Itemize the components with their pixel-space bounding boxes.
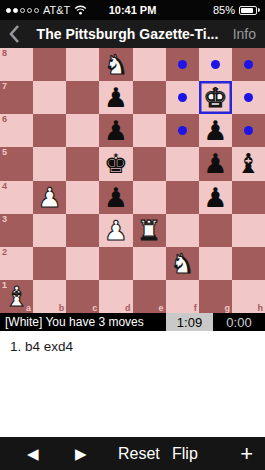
square-c8[interactable] [66,48,99,81]
square-c3[interactable] [66,214,99,247]
battery-percent-label: 85% [213,4,235,16]
square-b7[interactable] [33,81,66,114]
square-e4[interactable] [133,181,166,214]
app-window: AT&T 10:41 PM 85% The Pittsburgh Gazette… [0,0,265,470]
piece-white-knight[interactable]: ♞ [166,247,199,280]
rank-label: 6 [2,114,7,124]
black-clock: 0:00 [213,313,265,331]
square-g4[interactable]: ♟ [199,181,232,214]
move-list: 1. b4 exd4 [0,331,265,437]
square-f5[interactable] [166,147,199,180]
rank-label: 4 [2,181,7,191]
square-e5[interactable] [133,147,166,180]
square-c6[interactable] [66,114,99,147]
square-a2[interactable]: 2 [0,247,33,280]
file-label: e [159,303,164,313]
square-g8[interactable] [199,48,232,81]
square-h2[interactable] [232,247,265,280]
piece-black-pawn[interactable]: ♟ [99,81,132,114]
square-c7[interactable] [66,81,99,114]
square-b5[interactable] [33,147,66,180]
move-dot [178,93,187,102]
square-e2[interactable] [133,247,166,280]
bottom-toolbar: ◀ ▶ Reset Flip + [0,437,265,470]
square-c2[interactable] [66,247,99,280]
square-d7[interactable]: ♟ [99,81,132,114]
square-g7[interactable]: ♚ [199,81,232,114]
back-chevron-icon[interactable] [8,24,22,44]
square-d5[interactable]: ♚ [99,147,132,180]
prev-move-button[interactable]: ◀ [27,437,39,470]
move-dot [244,60,253,69]
piece-black-pawn[interactable]: ♟ [199,114,232,147]
square-b1[interactable]: b [33,280,66,313]
square-d1[interactable]: d [99,280,132,313]
rank-label: 3 [2,214,7,224]
next-move-button[interactable]: ▶ [75,437,87,470]
square-e1[interactable]: e [133,280,166,313]
piece-black-bishop[interactable]: ♝ [232,147,265,180]
move-dot [244,126,253,135]
square-a8[interactable]: 8 [0,48,33,81]
piece-white-king[interactable]: ♚ [199,81,232,114]
move-dot [244,93,253,102]
square-g6[interactable]: ♟ [199,114,232,147]
info-button[interactable]: Info [233,20,256,48]
square-d2[interactable] [99,247,132,280]
square-b4[interactable]: ♟ [33,181,66,214]
square-h8[interactable] [232,48,265,81]
piece-white-bishop[interactable]: ♝ [0,280,33,313]
square-f4[interactable] [166,181,199,214]
square-e8[interactable] [133,48,166,81]
piece-black-pawn[interactable]: ♟ [99,114,132,147]
piece-white-pawn[interactable]: ♟ [99,214,132,247]
piece-black-pawn[interactable]: ♟ [199,147,232,180]
turn-message: [White] You have 3 moves [0,313,166,331]
status-bar: AT&T 10:41 PM 85% [0,0,265,20]
square-f7[interactable] [166,81,199,114]
square-f8[interactable] [166,48,199,81]
square-a6[interactable]: 6 [0,114,33,147]
square-a3[interactable]: 3 [0,214,33,247]
square-b8[interactable] [33,48,66,81]
square-d4[interactable]: ♟ [99,181,132,214]
square-g2[interactable] [199,247,232,280]
piece-white-rook[interactable]: ♜ [133,214,166,247]
rank-label: 8 [2,48,7,58]
square-h6[interactable] [232,114,265,147]
square-a5[interactable]: 5 [0,147,33,180]
square-f1[interactable]: f [166,280,199,313]
square-a4[interactable]: 4 [0,181,33,214]
square-h5[interactable]: ♝ [232,147,265,180]
square-e6[interactable] [133,114,166,147]
square-f6[interactable] [166,114,199,147]
square-d3[interactable]: ♟ [99,214,132,247]
piece-white-knight[interactable]: ♞ [99,48,132,81]
square-b2[interactable] [33,247,66,280]
add-button[interactable]: + [240,437,253,470]
rank-label: 5 [2,147,7,157]
piece-black-king[interactable]: ♚ [99,147,132,180]
square-c1[interactable]: c [66,280,99,313]
square-f3[interactable] [166,214,199,247]
file-label: g [224,303,230,313]
square-e3[interactable]: ♜ [133,214,166,247]
game-status-strip: [White] You have 3 moves 1:09 0:00 [0,313,265,331]
square-h4[interactable] [232,181,265,214]
move-list-text: 1. b4 exd4 [10,339,73,354]
chess-board: 8♞7♟♚6♟♟5♚♟♝4♟♟♟3♟♜2♞1a♝bcdefgh [0,48,265,313]
file-label: f [194,303,197,313]
square-d8[interactable]: ♞ [99,48,132,81]
square-f2[interactable]: ♞ [166,247,199,280]
square-d6[interactable]: ♟ [99,114,132,147]
square-h7[interactable] [232,81,265,114]
file-label: d [125,303,131,313]
page-title: The Pittsburgh Gazette-Ti... [30,20,225,48]
file-label: b [59,303,65,313]
square-h3[interactable] [232,214,265,247]
file-label: c [92,303,97,313]
rank-label: 2 [2,247,7,257]
square-g5[interactable]: ♟ [199,147,232,180]
square-e7[interactable] [133,81,166,114]
rank-label: 7 [2,81,7,91]
piece-black-pawn[interactable]: ♟ [199,181,232,214]
reset-button[interactable]: Reset [118,437,160,470]
piece-black-pawn[interactable]: ♟ [99,181,132,214]
flip-button[interactable]: Flip [172,437,198,470]
nav-bar: The Pittsburgh Gazette-Ti... Info [0,20,265,48]
move-dot [178,60,187,69]
white-clock: 1:09 [166,313,213,331]
square-b3[interactable] [33,214,66,247]
file-label: h [258,303,264,313]
move-dot [178,126,187,135]
square-g1[interactable]: g [199,280,232,313]
square-h1[interactable]: h [232,280,265,313]
square-c5[interactable] [66,147,99,180]
square-c4[interactable] [66,181,99,214]
move-dot [211,60,220,69]
square-a1[interactable]: 1a♝ [0,280,33,313]
square-b6[interactable] [33,114,66,147]
square-a7[interactable]: 7 [0,81,33,114]
battery-icon [239,6,260,15]
piece-white-pawn[interactable]: ♟ [33,181,66,214]
square-g3[interactable] [199,214,232,247]
